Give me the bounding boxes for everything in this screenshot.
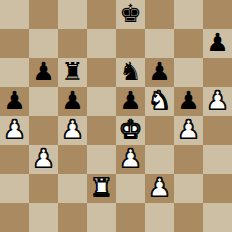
square-h6[interactable] (203, 58, 232, 87)
square-h8[interactable] (203, 0, 232, 29)
square-h7[interactable]: ♟ (203, 29, 232, 58)
square-b8[interactable] (29, 0, 58, 29)
square-f3[interactable] (145, 145, 174, 174)
square-b7[interactable] (29, 29, 58, 58)
square-d7[interactable] (87, 29, 116, 58)
square-a6[interactable] (0, 58, 29, 87)
piece-black-pawn-f6[interactable]: ♟ (148, 58, 170, 86)
square-g6[interactable] (174, 58, 203, 87)
square-h4[interactable] (203, 116, 232, 145)
square-c8[interactable] (58, 0, 87, 29)
piece-white-knight-f5[interactable]: ♞ (148, 87, 170, 115)
piece-black-pawn-c5[interactable]: ♟ (61, 87, 83, 115)
square-f2[interactable]: ♟ (145, 174, 174, 203)
piece-white-pawn-e3[interactable]: ♟ (119, 145, 141, 173)
piece-black-pawn-b6[interactable]: ♟ (32, 58, 54, 86)
square-d5[interactable] (87, 87, 116, 116)
piece-black-rook-c6[interactable]: ♜ (61, 58, 83, 86)
square-d3[interactable] (87, 145, 116, 174)
square-e7[interactable] (116, 29, 145, 58)
square-g7[interactable] (174, 29, 203, 58)
square-e5[interactable]: ♟ (116, 87, 145, 116)
piece-black-pawn-g5[interactable]: ♟ (177, 87, 199, 115)
piece-white-pawn-c4[interactable]: ♟ (61, 116, 83, 144)
square-f8[interactable] (145, 0, 174, 29)
square-h1[interactable] (203, 203, 232, 232)
square-b6[interactable]: ♟ (29, 58, 58, 87)
square-d2[interactable]: ♜ (87, 174, 116, 203)
square-g2[interactable] (174, 174, 203, 203)
square-g3[interactable] (174, 145, 203, 174)
square-a8[interactable] (0, 0, 29, 29)
square-c1[interactable] (58, 203, 87, 232)
square-f7[interactable] (145, 29, 174, 58)
square-g5[interactable]: ♟ (174, 87, 203, 116)
square-a3[interactable] (0, 145, 29, 174)
square-e1[interactable] (116, 203, 145, 232)
piece-white-rook-d2[interactable]: ♜ (90, 174, 112, 202)
piece-black-king-e8[interactable]: ♚ (119, 0, 141, 28)
piece-black-pawn-a5[interactable]: ♟ (3, 87, 25, 115)
square-h5[interactable]: ♟ (203, 87, 232, 116)
square-d4[interactable] (87, 116, 116, 145)
square-c3[interactable] (58, 145, 87, 174)
piece-white-pawn-g4[interactable]: ♟ (177, 116, 199, 144)
square-f4[interactable] (145, 116, 174, 145)
piece-white-pawn-a4[interactable]: ♟ (3, 116, 25, 144)
square-d6[interactable] (87, 58, 116, 87)
square-h3[interactable] (203, 145, 232, 174)
piece-white-pawn-b3[interactable]: ♟ (32, 145, 54, 173)
square-c5[interactable]: ♟ (58, 87, 87, 116)
square-a1[interactable] (0, 203, 29, 232)
piece-black-pawn-e5[interactable]: ♟ (119, 87, 141, 115)
square-e6[interactable]: ♞ (116, 58, 145, 87)
square-f6[interactable]: ♟ (145, 58, 174, 87)
square-g4[interactable]: ♟ (174, 116, 203, 145)
square-b3[interactable]: ♟ (29, 145, 58, 174)
square-d8[interactable] (87, 0, 116, 29)
square-a5[interactable]: ♟ (0, 87, 29, 116)
chessboard: ♚♟♟♜♞♟♟♟♟♞♟♟♟♟♚♟♟♟♜♟ (0, 0, 232, 232)
piece-white-pawn-h5[interactable]: ♟ (206, 87, 228, 115)
square-c2[interactable] (58, 174, 87, 203)
square-e4[interactable]: ♚ (116, 116, 145, 145)
square-a7[interactable] (0, 29, 29, 58)
square-b2[interactable] (29, 174, 58, 203)
square-d1[interactable] (87, 203, 116, 232)
square-b1[interactable] (29, 203, 58, 232)
piece-black-knight-e6[interactable]: ♞ (119, 58, 141, 86)
square-g1[interactable] (174, 203, 203, 232)
square-a4[interactable]: ♟ (0, 116, 29, 145)
square-a2[interactable] (0, 174, 29, 203)
square-c4[interactable]: ♟ (58, 116, 87, 145)
square-f1[interactable] (145, 203, 174, 232)
piece-black-pawn-h7[interactable]: ♟ (206, 29, 228, 57)
piece-white-pawn-f2[interactable]: ♟ (148, 174, 170, 202)
square-f5[interactable]: ♞ (145, 87, 174, 116)
square-b4[interactable] (29, 116, 58, 145)
square-c7[interactable] (58, 29, 87, 58)
square-c6[interactable]: ♜ (58, 58, 87, 87)
square-e8[interactable]: ♚ (116, 0, 145, 29)
square-g8[interactable] (174, 0, 203, 29)
square-e2[interactable] (116, 174, 145, 203)
square-e3[interactable]: ♟ (116, 145, 145, 174)
piece-white-king-e4[interactable]: ♚ (119, 116, 141, 144)
square-b5[interactable] (29, 87, 58, 116)
square-h2[interactable] (203, 174, 232, 203)
